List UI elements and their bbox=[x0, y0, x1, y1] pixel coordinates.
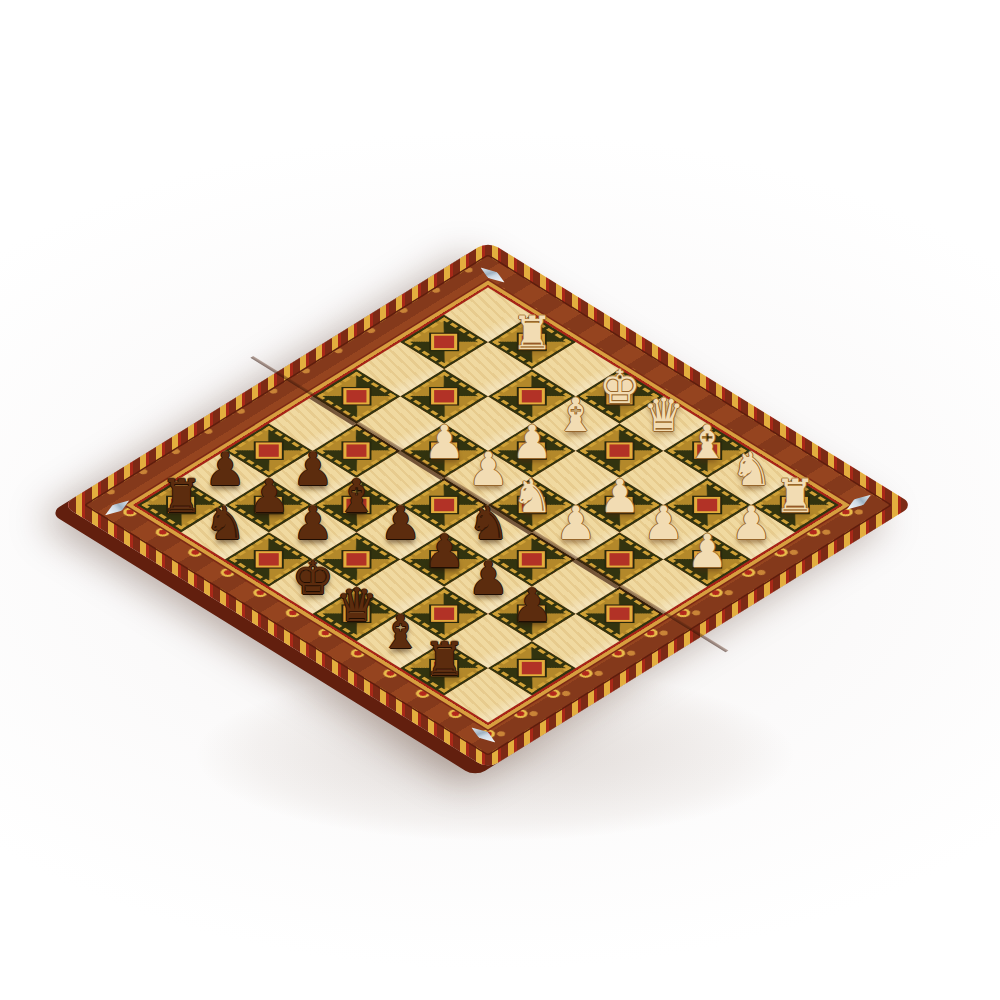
pearl-inlay-icon bbox=[842, 492, 875, 513]
white-rook-a1[interactable]: ♜ bbox=[774, 473, 815, 519]
white-pawn-a2[interactable]: ♟ bbox=[730, 500, 771, 546]
black-bishop-f6[interactable]: ♝ bbox=[336, 473, 377, 519]
white-pawn-e4[interactable]: ♟ bbox=[467, 446, 508, 492]
black-queen-d8[interactable]: ♛ bbox=[336, 582, 377, 628]
white-king-e1[interactable]: ♚ bbox=[599, 364, 640, 410]
black-bishop-c8[interactable]: ♝ bbox=[380, 609, 421, 655]
pearl-inlay-icon bbox=[467, 725, 500, 746]
white-knight-d4[interactable]: ♞ bbox=[511, 473, 552, 519]
pearl-inlay-icon bbox=[476, 265, 509, 286]
white-rook-g1[interactable]: ♜ bbox=[511, 310, 552, 356]
white-bishop-c1[interactable]: ♝ bbox=[687, 419, 728, 465]
black-knight-d5[interactable]: ♞ bbox=[467, 500, 508, 546]
white-knight-b1[interactable]: ♞ bbox=[730, 446, 771, 492]
white-pawn-c4[interactable]: ♟ bbox=[555, 500, 596, 546]
pearl-inlay-icon bbox=[101, 498, 134, 519]
black-pawn-g6[interactable]: ♟ bbox=[292, 446, 333, 492]
black-knight-g8[interactable]: ♞ bbox=[204, 500, 245, 546]
black-pawn-b6[interactable]: ♟ bbox=[511, 582, 552, 628]
black-pawn-d6[interactable]: ♟ bbox=[424, 527, 465, 573]
black-rook-h8[interactable]: ♜ bbox=[160, 473, 201, 519]
black-pawn-g7[interactable]: ♟ bbox=[248, 473, 289, 519]
white-queen-d1[interactable]: ♛ bbox=[643, 391, 684, 437]
black-pawn-f7[interactable]: ♟ bbox=[292, 500, 333, 546]
black-rook-b8[interactable]: ♜ bbox=[424, 636, 465, 682]
white-pawn-e3[interactable]: ♟ bbox=[511, 419, 552, 465]
black-pawn-h7[interactable]: ♟ bbox=[204, 446, 245, 492]
white-pawn-c3[interactable]: ♟ bbox=[599, 473, 640, 519]
white-bishop-e2[interactable]: ♝ bbox=[555, 391, 596, 437]
white-pawn-a3[interactable]: ♟ bbox=[687, 527, 728, 573]
black-pawn-e6[interactable]: ♟ bbox=[380, 500, 421, 546]
black-pawn-c6[interactable]: ♟ bbox=[467, 555, 508, 601]
white-pawn-f4[interactable]: ♟ bbox=[424, 419, 465, 465]
white-pawn-b3[interactable]: ♟ bbox=[643, 500, 684, 546]
black-king-e8[interactable]: ♚ bbox=[292, 555, 333, 601]
